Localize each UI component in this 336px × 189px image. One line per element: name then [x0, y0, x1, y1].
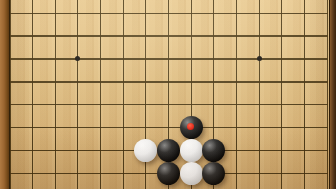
grid-vline — [55, 0, 56, 189]
grid-vline — [77, 0, 78, 189]
grid-hline — [9, 35, 328, 36]
stone-black — [180, 116, 203, 139]
grid-vline — [236, 0, 237, 189]
board-frame-left-edge — [0, 0, 10, 189]
grid-hline — [9, 81, 328, 82]
stone-white — [180, 139, 203, 162]
grid-hline — [9, 58, 328, 59]
go-board[interactable] — [0, 0, 336, 189]
stone-white — [134, 139, 157, 162]
grid-vline — [327, 0, 328, 189]
grid-hline — [9, 104, 328, 105]
star-point — [75, 56, 80, 61]
board-frame-right-edge — [329, 0, 336, 189]
go-app-viewport — [0, 0, 336, 189]
grid-vline — [259, 0, 260, 189]
grid-vline — [304, 0, 305, 189]
grid-hline — [9, 13, 328, 14]
star-point — [257, 56, 262, 61]
stone-black — [202, 162, 225, 185]
grid-vline — [123, 0, 124, 189]
last-move-marker — [187, 123, 194, 130]
grid-vline — [32, 0, 33, 189]
stone-black — [157, 139, 180, 162]
grid-vline — [100, 0, 101, 189]
grid-vline — [281, 0, 282, 189]
stone-white — [180, 162, 203, 185]
stone-black — [157, 162, 180, 185]
grid-hline — [9, 127, 328, 128]
stone-black — [202, 139, 225, 162]
